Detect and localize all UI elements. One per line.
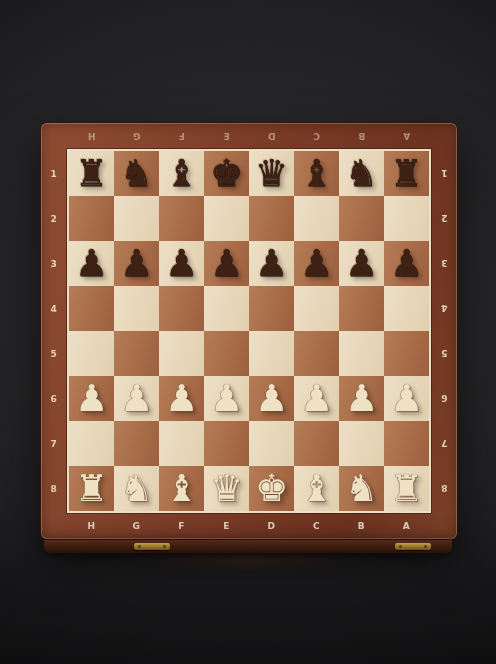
square-b5[interactable] [339,331,384,376]
square-f5[interactable] [159,331,204,376]
coordinate-label: 6 [436,376,452,421]
coordinate-label: E [204,518,249,534]
piece-black-pawn[interactable]: ♟ [345,241,378,286]
coordinate-label: B [339,128,384,144]
square-f4[interactable] [159,286,204,331]
piece-black-queen[interactable]: ♛ [255,151,288,196]
square-c4[interactable] [294,286,339,331]
square-b6[interactable]: ♟ [339,376,384,421]
square-a4[interactable] [384,286,429,331]
square-g3[interactable]: ♟ [114,241,159,286]
coordinate-label: 2 [46,196,62,241]
coordinate-label: 2 [436,196,452,241]
square-g5[interactable] [114,331,159,376]
square-e6[interactable]: ♟ [204,376,249,421]
square-b7[interactable] [339,421,384,466]
piece-white-bishop[interactable]: ♝ [300,466,333,511]
square-e4[interactable] [204,286,249,331]
piece-white-pawn[interactable]: ♟ [345,376,378,421]
square-g4[interactable] [114,286,159,331]
piece-white-pawn[interactable]: ♟ [210,376,243,421]
floor-reflection [58,555,438,581]
square-c2[interactable] [294,196,339,241]
square-h1[interactable]: ♜ [69,151,114,196]
square-c5[interactable] [294,331,339,376]
square-e3[interactable]: ♟ [204,241,249,286]
coordinate-label: 1 [436,151,452,196]
piece-white-pawn[interactable]: ♟ [390,376,423,421]
piece-black-knight[interactable]: ♞ [345,151,378,196]
coordinate-label: H [69,128,114,144]
piece-black-pawn[interactable]: ♟ [255,241,288,286]
piece-white-knight[interactable]: ♞ [345,466,378,511]
piece-black-pawn[interactable]: ♟ [120,241,153,286]
square-d1[interactable]: ♛ [249,151,294,196]
square-e8[interactable]: ♛ [204,466,249,511]
square-a3[interactable]: ♟ [384,241,429,286]
coordinate-label: A [384,518,429,534]
square-c6[interactable]: ♟ [294,376,339,421]
square-h7[interactable] [69,421,114,466]
square-g7[interactable] [114,421,159,466]
coordinate-label: 8 [46,466,62,511]
coordinate-label: F [159,518,204,534]
square-c3[interactable]: ♟ [294,241,339,286]
board-grid: ♜♞♝♚♛♝♞♜♟♟♟♟♟♟♟♟♟♟♟♟♟♟♟♟♜♞♝♛♚♝♞♜ [69,151,429,511]
square-f3[interactable]: ♟ [159,241,204,286]
brass-hinge-left [134,543,170,550]
coordinate-label: F [159,128,204,144]
square-g8[interactable]: ♞ [114,466,159,511]
piece-white-bishop[interactable]: ♝ [165,466,198,511]
square-a5[interactable] [384,331,429,376]
coordinate-label: 7 [46,421,62,466]
coordinate-label: D [249,518,294,534]
piece-black-bishop[interactable]: ♝ [300,151,333,196]
piece-black-bishop[interactable]: ♝ [165,151,198,196]
square-c7[interactable] [294,421,339,466]
square-c8[interactable]: ♝ [294,466,339,511]
coordinate-label: G [114,518,159,534]
piece-black-pawn[interactable]: ♟ [75,241,108,286]
square-g6[interactable]: ♟ [114,376,159,421]
coordinate-label: H [69,518,114,534]
square-f6[interactable]: ♟ [159,376,204,421]
photo-background: HGFEDCBA HGFEDCBA 12345678 12345678 ♜♞♝♚… [0,0,496,664]
piece-white-rook[interactable]: ♜ [75,466,108,511]
square-a2[interactable] [384,196,429,241]
brass-hinge-right [395,543,431,550]
coordinate-label: 5 [46,331,62,376]
square-d7[interactable] [249,421,294,466]
square-a6[interactable]: ♟ [384,376,429,421]
chess-set: HGFEDCBA HGFEDCBA 12345678 12345678 ♜♞♝♚… [40,122,456,581]
square-e1[interactable]: ♚ [204,151,249,196]
coordinate-label: 5 [436,331,452,376]
square-a8[interactable]: ♜ [384,466,429,511]
square-d3[interactable]: ♟ [249,241,294,286]
coordinate-label: C [294,128,339,144]
square-d6[interactable]: ♟ [249,376,294,421]
coordinate-label: 6 [46,376,62,421]
playing-area: ♜♞♝♚♛♝♞♜♟♟♟♟♟♟♟♟♟♟♟♟♟♟♟♟♜♞♝♛♚♝♞♜ [67,149,431,513]
piece-white-pawn[interactable]: ♟ [255,376,288,421]
rank-labels-right: 12345678 [436,151,452,511]
square-a1[interactable]: ♜ [384,151,429,196]
coordinate-label: 3 [46,241,62,286]
square-g1[interactable]: ♞ [114,151,159,196]
square-h2[interactable] [69,196,114,241]
square-c1[interactable]: ♝ [294,151,339,196]
square-a7[interactable] [384,421,429,466]
piece-black-pawn[interactable]: ♟ [210,241,243,286]
square-f7[interactable] [159,421,204,466]
piece-white-pawn[interactable]: ♟ [165,376,198,421]
square-d5[interactable] [249,331,294,376]
file-labels-far: HGFEDCBA [69,128,429,144]
piece-white-king[interactable]: ♚ [255,466,288,511]
square-f8[interactable]: ♝ [159,466,204,511]
piece-black-pawn[interactable]: ♟ [300,241,333,286]
square-h8[interactable]: ♜ [69,466,114,511]
coordinate-label: B [339,518,384,534]
piece-black-rook[interactable]: ♜ [390,151,423,196]
coordinate-label: G [114,128,159,144]
file-labels-near: HGFEDCBA [69,518,429,534]
square-b2[interactable] [339,196,384,241]
piece-black-king[interactable]: ♚ [210,151,243,196]
coordinate-label: 4 [436,286,452,331]
piece-white-pawn[interactable]: ♟ [300,376,333,421]
coordinate-label: 7 [436,421,452,466]
coordinate-label: 1 [46,151,62,196]
square-f1[interactable]: ♝ [159,151,204,196]
coordinate-label: A [384,128,429,144]
piece-black-knight[interactable]: ♞ [120,151,153,196]
coordinate-label: 4 [46,286,62,331]
square-g2[interactable] [114,196,159,241]
coordinate-label: 3 [436,241,452,286]
square-b1[interactable]: ♞ [339,151,384,196]
coordinate-label: D [249,128,294,144]
square-d2[interactable] [249,196,294,241]
piece-white-pawn[interactable]: ♟ [75,376,108,421]
piece-black-rook[interactable]: ♜ [75,151,108,196]
square-h3[interactable]: ♟ [69,241,114,286]
square-b4[interactable] [339,286,384,331]
square-e5[interactable] [204,331,249,376]
square-f2[interactable] [159,196,204,241]
square-h5[interactable] [69,331,114,376]
rank-labels-left: 12345678 [46,151,62,511]
piece-black-pawn[interactable]: ♟ [165,241,198,286]
square-h4[interactable] [69,286,114,331]
square-b3[interactable]: ♟ [339,241,384,286]
chess-board: HGFEDCBA HGFEDCBA 12345678 12345678 ♜♞♝♚… [40,122,458,540]
coordinate-label: 8 [436,466,452,511]
square-e7[interactable] [204,421,249,466]
square-d8[interactable]: ♚ [249,466,294,511]
piece-white-pawn[interactable]: ♟ [120,376,153,421]
piece-white-knight[interactable]: ♞ [120,466,153,511]
piece-white-queen[interactable]: ♛ [210,466,243,511]
piece-white-rook[interactable]: ♜ [390,466,423,511]
square-b8[interactable]: ♞ [339,466,384,511]
square-e2[interactable] [204,196,249,241]
square-d4[interactable] [249,286,294,331]
square-h6[interactable]: ♟ [69,376,114,421]
coordinate-label: C [294,518,339,534]
coordinate-label: E [204,128,249,144]
board-side-edge [44,540,452,553]
piece-black-pawn[interactable]: ♟ [390,241,423,286]
